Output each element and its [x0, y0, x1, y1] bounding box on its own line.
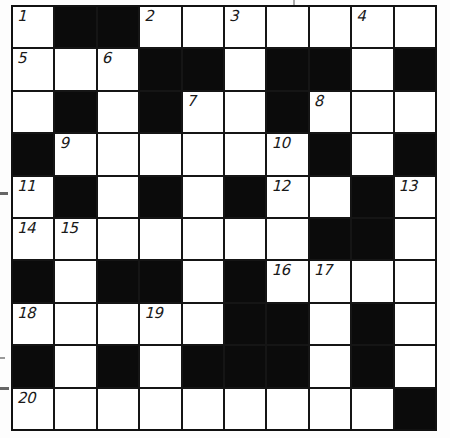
cell-r8-c3[interactable] — [98, 304, 138, 344]
cell-r2-c9[interactable] — [352, 49, 392, 89]
cell-r4-c4[interactable] — [140, 134, 180, 174]
cell-r7-c9[interactable] — [352, 261, 392, 301]
cell-r5-c9 — [352, 177, 392, 217]
cell-r6-c5[interactable] — [183, 219, 223, 259]
cell-r1-c7[interactable] — [267, 7, 307, 47]
cell-r2-c7 — [267, 49, 307, 89]
cell-r4-c9[interactable] — [352, 134, 392, 174]
cell-r8-c5[interactable] — [183, 304, 223, 344]
cell-r2-c4 — [140, 49, 180, 89]
cell-r3-c7 — [267, 92, 307, 132]
clue-number-4: 4 — [356, 8, 365, 25]
cell-r1-c9[interactable]: 4 — [352, 7, 392, 47]
clue-number-18: 18 — [17, 305, 35, 322]
crossword-page: 1234567891011121314151617181920 — [0, 0, 450, 438]
cell-r8-c7 — [267, 304, 307, 344]
cell-r4-c1 — [13, 134, 53, 174]
cell-r6-c8 — [310, 219, 350, 259]
cell-r5-c5[interactable] — [183, 177, 223, 217]
cell-r10-c1[interactable]: 20 — [13, 389, 53, 429]
cell-r9-c5 — [183, 346, 223, 386]
cell-r3-c9[interactable] — [352, 92, 392, 132]
cell-r3-c8[interactable]: 8 — [310, 92, 350, 132]
cell-r5-c2 — [55, 177, 95, 217]
cell-r10-c6[interactable] — [225, 389, 265, 429]
clue-number-1: 1 — [17, 8, 26, 25]
cell-r3-c4 — [140, 92, 180, 132]
clue-number-9: 9 — [59, 135, 68, 152]
cell-r9-c4[interactable] — [140, 346, 180, 386]
cell-r5-c10[interactable]: 13 — [395, 177, 435, 217]
cell-r10-c8[interactable] — [310, 389, 350, 429]
clue-number-10: 10 — [271, 135, 289, 152]
cell-r5-c7[interactable]: 12 — [267, 177, 307, 217]
cell-r6-c1[interactable]: 14 — [13, 219, 53, 259]
cell-r7-c3 — [98, 261, 138, 301]
cell-r6-c2[interactable]: 15 — [55, 219, 95, 259]
crossword-board: 1234567891011121314151617181920 — [11, 5, 437, 431]
cell-r2-c10 — [395, 49, 435, 89]
cell-r10-c2[interactable] — [55, 389, 95, 429]
cell-r9-c7 — [267, 346, 307, 386]
cell-r6-c7[interactable] — [267, 219, 307, 259]
cell-r10-c9[interactable] — [352, 389, 392, 429]
cell-r9-c9 — [352, 346, 392, 386]
cell-r2-c1[interactable]: 5 — [13, 49, 53, 89]
clue-number-8: 8 — [314, 93, 323, 110]
scan-artifact — [0, 357, 5, 359]
cell-r9-c2[interactable] — [55, 346, 95, 386]
cell-r5-c8[interactable] — [310, 177, 350, 217]
cell-r10-c5[interactable] — [183, 389, 223, 429]
clue-number-7: 7 — [187, 93, 196, 110]
cell-r3-c3[interactable] — [98, 92, 138, 132]
cell-r6-c10[interactable] — [395, 219, 435, 259]
cell-r9-c3 — [98, 346, 138, 386]
clue-number-15: 15 — [59, 220, 77, 237]
cell-r2-c6[interactable] — [225, 49, 265, 89]
cell-r10-c3[interactable] — [98, 389, 138, 429]
cell-r6-c6[interactable] — [225, 219, 265, 259]
cell-r10-c4[interactable] — [140, 389, 180, 429]
cell-r7-c2[interactable] — [55, 261, 95, 301]
clue-number-17: 17 — [314, 262, 332, 279]
cell-r2-c5 — [183, 49, 223, 89]
cell-r9-c6 — [225, 346, 265, 386]
clue-number-20: 20 — [17, 390, 35, 407]
cell-r4-c10 — [395, 134, 435, 174]
cell-r9-c8[interactable] — [310, 346, 350, 386]
clue-number-5: 5 — [17, 50, 26, 67]
cell-r3-c2 — [55, 92, 95, 132]
cell-r8-c6 — [225, 304, 265, 344]
cell-r2-c8 — [310, 49, 350, 89]
clue-number-16: 16 — [271, 262, 289, 279]
cell-r1-c8[interactable] — [310, 7, 350, 47]
cell-r7-c6 — [225, 261, 265, 301]
cell-r8-c10[interactable] — [395, 304, 435, 344]
cell-r1-c5[interactable] — [183, 7, 223, 47]
cell-r3-c10[interactable] — [395, 92, 435, 132]
cell-r3-c1[interactable] — [13, 92, 53, 132]
cell-r2-c2[interactable] — [55, 49, 95, 89]
cell-r1-c2 — [55, 7, 95, 47]
cell-r7-c1 — [13, 261, 53, 301]
cell-r9-c1 — [13, 346, 53, 386]
cell-r4-c5[interactable] — [183, 134, 223, 174]
cell-r4-c7[interactable]: 10 — [267, 134, 307, 174]
cell-r1-c3 — [98, 7, 138, 47]
cell-r7-c5[interactable] — [183, 261, 223, 301]
cell-r5-c4 — [140, 177, 180, 217]
cell-r8-c2[interactable] — [55, 304, 95, 344]
cell-r1-c6[interactable]: 3 — [225, 7, 265, 47]
scan-artifact — [0, 387, 9, 390]
clue-number-12: 12 — [271, 178, 289, 195]
cell-r1-c4[interactable]: 2 — [140, 7, 180, 47]
cell-r6-c3[interactable] — [98, 219, 138, 259]
cell-r3-c6[interactable] — [225, 92, 265, 132]
cell-r4-c3[interactable] — [98, 134, 138, 174]
clue-number-3: 3 — [229, 8, 238, 25]
cell-r8-c8[interactable] — [310, 304, 350, 344]
cell-r4-c8 — [310, 134, 350, 174]
cell-r10-c10 — [395, 389, 435, 429]
scan-artifact — [0, 192, 8, 195]
cell-r2-c3[interactable]: 6 — [98, 49, 138, 89]
scan-artifact — [293, 0, 295, 5]
cell-r6-c9 — [352, 219, 392, 259]
cell-r7-c8[interactable]: 17 — [310, 261, 350, 301]
cell-r8-c1[interactable]: 18 — [13, 304, 53, 344]
clue-number-6: 6 — [102, 50, 111, 67]
cell-r5-c3[interactable] — [98, 177, 138, 217]
clue-number-2: 2 — [144, 8, 153, 25]
cell-r9-c10[interactable] — [395, 346, 435, 386]
cell-r7-c10[interactable] — [395, 261, 435, 301]
cell-r7-c4 — [140, 261, 180, 301]
cell-r1-c10[interactable] — [395, 7, 435, 47]
cell-r8-c4[interactable]: 19 — [140, 304, 180, 344]
cell-r5-c1[interactable]: 11 — [13, 177, 53, 217]
cell-r7-c7[interactable]: 16 — [267, 261, 307, 301]
cell-r10-c7[interactable] — [267, 389, 307, 429]
clue-number-19: 19 — [144, 305, 162, 322]
cell-r8-c9 — [352, 304, 392, 344]
cell-r5-c6 — [225, 177, 265, 217]
cell-r1-c1[interactable]: 1 — [13, 7, 53, 47]
cell-r4-c2[interactable]: 9 — [55, 134, 95, 174]
cell-r4-c6[interactable] — [225, 134, 265, 174]
clue-number-14: 14 — [17, 220, 35, 237]
cell-r3-c5[interactable]: 7 — [183, 92, 223, 132]
clue-number-11: 11 — [17, 178, 35, 195]
cell-r6-c4[interactable] — [140, 219, 180, 259]
clue-number-13: 13 — [399, 178, 417, 195]
